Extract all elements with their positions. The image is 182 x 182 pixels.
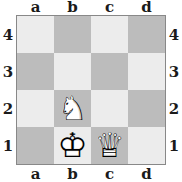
rank-labels-right: 4321 [166,16,182,164]
white-king[interactable]: ♚♔ [54,127,91,164]
white-knight[interactable]: ♞♘ [54,90,91,127]
square-c1[interactable]: ♛♕ [91,127,128,164]
rank-label-right-2: 2 [166,90,182,127]
square-a4[interactable] [17,16,54,53]
file-labels-bottom: abcd [17,166,165,182]
rank-labels-left: 4321 [0,16,16,164]
file-label-bottom-b: b [54,166,91,182]
chess-diagram: abcd 4321 4321 ♞♘♚♔♛♕ abcd [0,0,182,182]
square-b4[interactable] [54,16,91,53]
square-a2[interactable] [17,90,54,127]
white-king-outline: ♔ [54,127,91,164]
square-d1[interactable] [128,127,165,164]
square-c3[interactable] [91,53,128,90]
square-b2[interactable]: ♞♘ [54,90,91,127]
rank-label-left-1: 1 [0,127,16,164]
square-d4[interactable] [128,16,165,53]
chess-board: ♞♘♚♔♛♕ [16,15,166,165]
square-b1[interactable]: ♚♔ [54,127,91,164]
square-d2[interactable] [128,90,165,127]
file-label-top-d: d [128,0,165,15]
rank-label-left-4: 4 [0,16,16,53]
file-label-top-b: b [54,0,91,15]
square-c2[interactable] [91,90,128,127]
white-knight-outline: ♘ [54,90,91,127]
file-label-bottom-a: a [17,166,54,182]
rank-label-left-3: 3 [0,53,16,90]
white-queen[interactable]: ♛♕ [91,127,128,164]
rank-label-right-1: 1 [166,127,182,164]
square-d3[interactable] [128,53,165,90]
white-queen-outline: ♕ [91,127,128,164]
file-label-top-c: c [91,0,128,15]
square-a3[interactable] [17,53,54,90]
square-c4[interactable] [91,16,128,53]
file-label-bottom-d: d [128,166,165,182]
rank-label-right-4: 4 [166,16,182,53]
file-label-bottom-c: c [91,166,128,182]
square-b3[interactable] [54,53,91,90]
rank-label-right-3: 3 [166,53,182,90]
file-labels-top: abcd [17,0,165,15]
square-a1[interactable] [17,127,54,164]
rank-label-left-2: 2 [0,90,16,127]
file-label-top-a: a [17,0,54,15]
